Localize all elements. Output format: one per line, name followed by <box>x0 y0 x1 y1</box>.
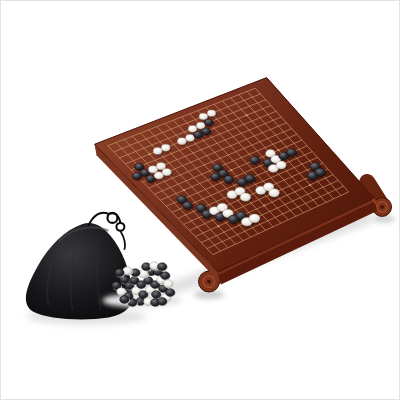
go-stone-black[interactable] <box>135 163 144 170</box>
hoshi-point <box>263 205 266 207</box>
go-stone-white[interactable] <box>276 161 286 169</box>
hoshi-point <box>217 225 220 227</box>
go-stone-white[interactable] <box>249 214 260 223</box>
pile-stone-black <box>158 263 167 271</box>
hoshi-point <box>148 153 151 155</box>
go-stone-black[interactable] <box>315 168 326 176</box>
go-stone-white[interactable] <box>199 113 208 120</box>
pile-stone-black <box>120 296 129 304</box>
hoshi-point <box>230 169 233 171</box>
go-stone-black[interactable] <box>202 128 211 135</box>
hoshi-point <box>183 189 186 191</box>
go-stone-white[interactable] <box>148 166 157 173</box>
go-stone-white[interactable] <box>186 134 195 141</box>
go-stone-white[interactable] <box>156 163 165 170</box>
hoshi-point <box>309 184 312 186</box>
go-stone-black[interactable] <box>286 149 296 157</box>
go-stone-white[interactable] <box>162 169 171 176</box>
pile-stone-black <box>158 298 167 306</box>
hoshi-point <box>245 114 248 116</box>
go-stone-white[interactable] <box>177 138 186 145</box>
go-stone-black[interactable] <box>204 119 213 126</box>
go-stone-black[interactable] <box>182 202 192 210</box>
hoshi-point <box>277 149 280 151</box>
go-stone-white[interactable] <box>188 125 197 132</box>
go-stone-white[interactable] <box>269 189 280 197</box>
go-set-scene <box>1 1 399 399</box>
go-stone-white[interactable] <box>161 144 170 151</box>
go-stone-black[interactable] <box>224 175 234 183</box>
pile-stone-black <box>160 272 169 280</box>
go-stone-white[interactable] <box>196 122 205 129</box>
go-stone-black[interactable] <box>245 175 255 183</box>
go-stone-black[interactable] <box>132 172 141 179</box>
product-photo-canvas <box>0 0 400 400</box>
pile-stone-black <box>165 289 174 297</box>
drawstring-loop <box>107 213 117 223</box>
go-stone-white[interactable] <box>207 110 216 117</box>
go-stone-white[interactable] <box>153 147 162 154</box>
go-stone-white[interactable] <box>240 193 251 201</box>
pile-stone-black <box>115 269 124 277</box>
pile-stone-white <box>163 280 172 288</box>
go-stone-black[interactable] <box>140 169 149 176</box>
pile-stone-black <box>152 291 161 299</box>
go-stone-black[interactable] <box>194 131 203 138</box>
drawstring-loop <box>116 223 124 231</box>
go-stone-black[interactable] <box>250 156 260 164</box>
drawstring-tail <box>120 231 125 250</box>
